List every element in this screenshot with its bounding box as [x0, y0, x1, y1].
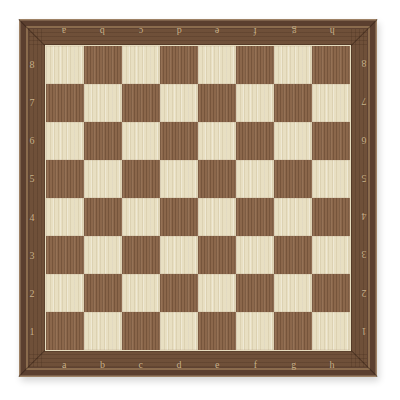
rank-label-7: 7	[19, 83, 45, 121]
frame-mitre-seam	[18, 19, 45, 46]
square-f5[interactable]	[236, 160, 274, 198]
square-d3[interactable]	[160, 236, 198, 274]
square-c4[interactable]	[122, 198, 160, 236]
square-b8[interactable]	[84, 46, 122, 84]
square-g1[interactable]	[274, 312, 312, 350]
file-labels-top: abcdefgh	[45, 19, 351, 45]
square-b4[interactable]	[84, 198, 122, 236]
file-label-h: h	[313, 351, 351, 377]
rank-label-6: 6	[351, 122, 377, 160]
chess-board: abcdefgh abcdefgh 87654321 87654321	[19, 19, 377, 377]
square-g5[interactable]	[274, 160, 312, 198]
square-f6[interactable]	[236, 122, 274, 160]
square-h4[interactable]	[312, 198, 350, 236]
square-e1[interactable]	[198, 312, 236, 350]
square-b3[interactable]	[84, 236, 122, 274]
square-e6[interactable]	[198, 122, 236, 160]
square-d6[interactable]	[160, 122, 198, 160]
square-h7[interactable]	[312, 84, 350, 122]
square-b6[interactable]	[84, 122, 122, 160]
file-label-e: e	[198, 351, 236, 377]
file-label-d: d	[160, 351, 198, 377]
square-b5[interactable]	[84, 160, 122, 198]
file-label-c: c	[122, 351, 160, 377]
file-label-c: c	[122, 19, 160, 45]
square-e3[interactable]	[198, 236, 236, 274]
file-label-h: h	[313, 19, 351, 45]
square-e8[interactable]	[198, 46, 236, 84]
file-label-a: a	[45, 19, 83, 45]
square-c7[interactable]	[122, 84, 160, 122]
square-a2[interactable]	[46, 274, 84, 312]
square-c6[interactable]	[122, 122, 160, 160]
square-h5[interactable]	[312, 160, 350, 198]
square-d1[interactable]	[160, 312, 198, 350]
square-c2[interactable]	[122, 274, 160, 312]
square-a5[interactable]	[46, 160, 84, 198]
board-squares	[45, 45, 351, 351]
square-b1[interactable]	[84, 312, 122, 350]
square-h6[interactable]	[312, 122, 350, 160]
square-c8[interactable]	[122, 46, 160, 84]
frame-mitre-seam	[18, 350, 45, 377]
file-label-f: f	[236, 19, 274, 45]
square-g7[interactable]	[274, 84, 312, 122]
rank-label-5: 5	[19, 160, 45, 198]
file-label-b: b	[83, 19, 121, 45]
file-label-f: f	[236, 351, 274, 377]
square-d2[interactable]	[160, 274, 198, 312]
square-a6[interactable]	[46, 122, 84, 160]
rank-labels-left: 87654321	[19, 45, 45, 351]
file-label-b: b	[83, 351, 121, 377]
frame-mitre-seam	[351, 350, 378, 377]
frame-mitre-seam	[351, 19, 378, 46]
page-background: abcdefgh abcdefgh 87654321 87654321	[0, 0, 400, 400]
square-f4[interactable]	[236, 198, 274, 236]
square-g6[interactable]	[274, 122, 312, 160]
square-d8[interactable]	[160, 46, 198, 84]
square-b7[interactable]	[84, 84, 122, 122]
square-a3[interactable]	[46, 236, 84, 274]
file-label-a: a	[45, 351, 83, 377]
square-h2[interactable]	[312, 274, 350, 312]
square-e2[interactable]	[198, 274, 236, 312]
rank-label-5: 5	[351, 160, 377, 198]
square-e5[interactable]	[198, 160, 236, 198]
square-g8[interactable]	[274, 46, 312, 84]
square-g3[interactable]	[274, 236, 312, 274]
rank-label-4: 4	[19, 198, 45, 236]
square-h1[interactable]	[312, 312, 350, 350]
square-a4[interactable]	[46, 198, 84, 236]
rank-label-8: 8	[351, 45, 377, 83]
square-c3[interactable]	[122, 236, 160, 274]
square-g4[interactable]	[274, 198, 312, 236]
rank-label-8: 8	[19, 45, 45, 83]
square-e7[interactable]	[198, 84, 236, 122]
file-label-e: e	[198, 19, 236, 45]
rank-label-3: 3	[19, 236, 45, 274]
rank-label-1: 1	[19, 313, 45, 351]
square-d7[interactable]	[160, 84, 198, 122]
square-c5[interactable]	[122, 160, 160, 198]
rank-labels-right: 87654321	[351, 45, 377, 351]
square-f2[interactable]	[236, 274, 274, 312]
square-a8[interactable]	[46, 46, 84, 84]
file-label-g: g	[275, 351, 313, 377]
square-e4[interactable]	[198, 198, 236, 236]
square-g2[interactable]	[274, 274, 312, 312]
square-f8[interactable]	[236, 46, 274, 84]
rank-label-7: 7	[351, 83, 377, 121]
file-label-g: g	[275, 19, 313, 45]
rank-label-2: 2	[19, 275, 45, 313]
square-f7[interactable]	[236, 84, 274, 122]
rank-label-2: 2	[351, 275, 377, 313]
square-f1[interactable]	[236, 312, 274, 350]
square-d4[interactable]	[160, 198, 198, 236]
square-f3[interactable]	[236, 236, 274, 274]
file-labels-bottom: abcdefgh	[45, 351, 351, 377]
file-label-d: d	[160, 19, 198, 45]
rank-label-1: 1	[351, 313, 377, 351]
rank-label-3: 3	[351, 236, 377, 274]
square-a7[interactable]	[46, 84, 84, 122]
rank-label-4: 4	[351, 198, 377, 236]
square-b2[interactable]	[84, 274, 122, 312]
square-d5[interactable]	[160, 160, 198, 198]
square-c1[interactable]	[122, 312, 160, 350]
rank-label-6: 6	[19, 122, 45, 160]
square-a1[interactable]	[46, 312, 84, 350]
square-h3[interactable]	[312, 236, 350, 274]
square-h8[interactable]	[312, 46, 350, 84]
